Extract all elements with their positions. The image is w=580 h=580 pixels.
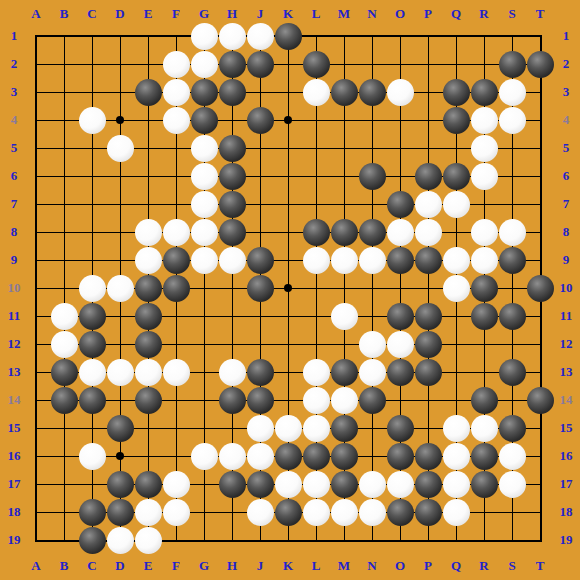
point-D18[interactable]	[106, 498, 134, 526]
point-D15[interactable]	[106, 414, 134, 442]
point-J12[interactable]	[246, 330, 274, 358]
point-K1[interactable]	[274, 22, 302, 50]
point-F8[interactable]	[162, 218, 190, 246]
point-M17[interactable]	[330, 470, 358, 498]
point-F6[interactable]	[162, 162, 190, 190]
point-Q19[interactable]	[442, 526, 470, 554]
point-G17[interactable]	[190, 470, 218, 498]
point-O4[interactable]	[386, 106, 414, 134]
point-E18[interactable]	[134, 498, 162, 526]
point-J9[interactable]	[246, 246, 274, 274]
point-D3[interactable]	[106, 78, 134, 106]
point-P15[interactable]	[414, 414, 442, 442]
point-F10[interactable]	[162, 274, 190, 302]
point-T3[interactable]	[526, 78, 554, 106]
point-D17[interactable]	[106, 470, 134, 498]
point-B3[interactable]	[50, 78, 78, 106]
point-T4[interactable]	[526, 106, 554, 134]
point-H11[interactable]	[218, 302, 246, 330]
point-M1[interactable]	[330, 22, 358, 50]
point-Q6[interactable]	[442, 162, 470, 190]
point-L3[interactable]	[302, 78, 330, 106]
point-C3[interactable]	[78, 78, 106, 106]
point-K12[interactable]	[274, 330, 302, 358]
point-G7[interactable]	[190, 190, 218, 218]
point-J14[interactable]	[246, 386, 274, 414]
point-D8[interactable]	[106, 218, 134, 246]
point-D9[interactable]	[106, 246, 134, 274]
point-H9[interactable]	[218, 246, 246, 274]
point-M19[interactable]	[330, 526, 358, 554]
point-B6[interactable]	[50, 162, 78, 190]
point-L16[interactable]	[302, 442, 330, 470]
point-B8[interactable]	[50, 218, 78, 246]
point-E8[interactable]	[134, 218, 162, 246]
point-M14[interactable]	[330, 386, 358, 414]
point-N14[interactable]	[358, 386, 386, 414]
point-H7[interactable]	[218, 190, 246, 218]
point-S18[interactable]	[498, 498, 526, 526]
point-D10[interactable]	[106, 274, 134, 302]
point-T13[interactable]	[526, 358, 554, 386]
point-F7[interactable]	[162, 190, 190, 218]
point-L8[interactable]	[302, 218, 330, 246]
point-L11[interactable]	[302, 302, 330, 330]
point-Q12[interactable]	[442, 330, 470, 358]
point-T8[interactable]	[526, 218, 554, 246]
point-E7[interactable]	[134, 190, 162, 218]
point-G11[interactable]	[190, 302, 218, 330]
point-J7[interactable]	[246, 190, 274, 218]
point-S15[interactable]	[498, 414, 526, 442]
point-L15[interactable]	[302, 414, 330, 442]
point-J8[interactable]	[246, 218, 274, 246]
point-S3[interactable]	[498, 78, 526, 106]
point-O19[interactable]	[386, 526, 414, 554]
point-J18[interactable]	[246, 498, 274, 526]
point-C19[interactable]	[78, 526, 106, 554]
point-H12[interactable]	[218, 330, 246, 358]
point-L7[interactable]	[302, 190, 330, 218]
point-H6[interactable]	[218, 162, 246, 190]
point-M10[interactable]	[330, 274, 358, 302]
point-R14[interactable]	[470, 386, 498, 414]
point-N7[interactable]	[358, 190, 386, 218]
point-H8[interactable]	[218, 218, 246, 246]
point-P13[interactable]	[414, 358, 442, 386]
point-T5[interactable]	[526, 134, 554, 162]
point-E10[interactable]	[134, 274, 162, 302]
point-L4[interactable]	[302, 106, 330, 134]
point-P2[interactable]	[414, 50, 442, 78]
point-P9[interactable]	[414, 246, 442, 274]
point-N1[interactable]	[358, 22, 386, 50]
point-B1[interactable]	[50, 22, 78, 50]
point-L1[interactable]	[302, 22, 330, 50]
point-A19[interactable]	[22, 526, 50, 554]
point-B10[interactable]	[50, 274, 78, 302]
point-K16[interactable]	[274, 442, 302, 470]
point-S8[interactable]	[498, 218, 526, 246]
point-F16[interactable]	[162, 442, 190, 470]
point-A4[interactable]	[22, 106, 50, 134]
point-D14[interactable]	[106, 386, 134, 414]
point-B18[interactable]	[50, 498, 78, 526]
point-P7[interactable]	[414, 190, 442, 218]
point-C4[interactable]	[78, 106, 106, 134]
point-J4[interactable]	[246, 106, 274, 134]
point-R17[interactable]	[470, 470, 498, 498]
point-M2[interactable]	[330, 50, 358, 78]
point-J19[interactable]	[246, 526, 274, 554]
point-M13[interactable]	[330, 358, 358, 386]
point-T17[interactable]	[526, 470, 554, 498]
point-Q17[interactable]	[442, 470, 470, 498]
point-O13[interactable]	[386, 358, 414, 386]
point-L9[interactable]	[302, 246, 330, 274]
point-A15[interactable]	[22, 414, 50, 442]
point-G5[interactable]	[190, 134, 218, 162]
point-L12[interactable]	[302, 330, 330, 358]
point-K11[interactable]	[274, 302, 302, 330]
point-K14[interactable]	[274, 386, 302, 414]
point-Q8[interactable]	[442, 218, 470, 246]
point-K4[interactable]	[274, 106, 302, 134]
point-O14[interactable]	[386, 386, 414, 414]
point-H13[interactable]	[218, 358, 246, 386]
point-S14[interactable]	[498, 386, 526, 414]
point-T6[interactable]	[526, 162, 554, 190]
point-J15[interactable]	[246, 414, 274, 442]
point-D4[interactable]	[106, 106, 134, 134]
point-M9[interactable]	[330, 246, 358, 274]
point-F2[interactable]	[162, 50, 190, 78]
point-T14[interactable]	[526, 386, 554, 414]
point-P6[interactable]	[414, 162, 442, 190]
point-E4[interactable]	[134, 106, 162, 134]
point-A7[interactable]	[22, 190, 50, 218]
point-R6[interactable]	[470, 162, 498, 190]
point-R1[interactable]	[470, 22, 498, 50]
point-G8[interactable]	[190, 218, 218, 246]
point-K13[interactable]	[274, 358, 302, 386]
point-L6[interactable]	[302, 162, 330, 190]
point-G16[interactable]	[190, 442, 218, 470]
point-P3[interactable]	[414, 78, 442, 106]
point-N15[interactable]	[358, 414, 386, 442]
point-E12[interactable]	[134, 330, 162, 358]
point-Q3[interactable]	[442, 78, 470, 106]
point-E2[interactable]	[134, 50, 162, 78]
point-H3[interactable]	[218, 78, 246, 106]
point-N12[interactable]	[358, 330, 386, 358]
point-E9[interactable]	[134, 246, 162, 274]
point-O6[interactable]	[386, 162, 414, 190]
point-B13[interactable]	[50, 358, 78, 386]
point-C11[interactable]	[78, 302, 106, 330]
point-E16[interactable]	[134, 442, 162, 470]
point-A12[interactable]	[22, 330, 50, 358]
point-S4[interactable]	[498, 106, 526, 134]
point-A11[interactable]	[22, 302, 50, 330]
point-C14[interactable]	[78, 386, 106, 414]
point-F3[interactable]	[162, 78, 190, 106]
point-J16[interactable]	[246, 442, 274, 470]
point-F9[interactable]	[162, 246, 190, 274]
point-P18[interactable]	[414, 498, 442, 526]
point-M4[interactable]	[330, 106, 358, 134]
point-H4[interactable]	[218, 106, 246, 134]
point-R7[interactable]	[470, 190, 498, 218]
point-A18[interactable]	[22, 498, 50, 526]
point-H18[interactable]	[218, 498, 246, 526]
point-R18[interactable]	[470, 498, 498, 526]
point-R3[interactable]	[470, 78, 498, 106]
point-C1[interactable]	[78, 22, 106, 50]
point-C9[interactable]	[78, 246, 106, 274]
point-N16[interactable]	[358, 442, 386, 470]
point-N10[interactable]	[358, 274, 386, 302]
point-C6[interactable]	[78, 162, 106, 190]
point-J1[interactable]	[246, 22, 274, 50]
point-A3[interactable]	[22, 78, 50, 106]
point-G3[interactable]	[190, 78, 218, 106]
point-A13[interactable]	[22, 358, 50, 386]
point-B19[interactable]	[50, 526, 78, 554]
point-B4[interactable]	[50, 106, 78, 134]
point-Q5[interactable]	[442, 134, 470, 162]
point-K15[interactable]	[274, 414, 302, 442]
point-N18[interactable]	[358, 498, 386, 526]
point-F5[interactable]	[162, 134, 190, 162]
point-E15[interactable]	[134, 414, 162, 442]
point-E5[interactable]	[134, 134, 162, 162]
point-P4[interactable]	[414, 106, 442, 134]
point-A8[interactable]	[22, 218, 50, 246]
point-N9[interactable]	[358, 246, 386, 274]
point-H10[interactable]	[218, 274, 246, 302]
point-D6[interactable]	[106, 162, 134, 190]
point-M11[interactable]	[330, 302, 358, 330]
point-G1[interactable]	[190, 22, 218, 50]
point-K3[interactable]	[274, 78, 302, 106]
point-S11[interactable]	[498, 302, 526, 330]
point-M5[interactable]	[330, 134, 358, 162]
point-N3[interactable]	[358, 78, 386, 106]
point-L18[interactable]	[302, 498, 330, 526]
point-D2[interactable]	[106, 50, 134, 78]
point-J11[interactable]	[246, 302, 274, 330]
point-P16[interactable]	[414, 442, 442, 470]
point-L19[interactable]	[302, 526, 330, 554]
point-S19[interactable]	[498, 526, 526, 554]
point-N19[interactable]	[358, 526, 386, 554]
point-O18[interactable]	[386, 498, 414, 526]
point-O17[interactable]	[386, 470, 414, 498]
point-O2[interactable]	[386, 50, 414, 78]
point-O8[interactable]	[386, 218, 414, 246]
point-D5[interactable]	[106, 134, 134, 162]
point-F14[interactable]	[162, 386, 190, 414]
point-H2[interactable]	[218, 50, 246, 78]
point-A5[interactable]	[22, 134, 50, 162]
point-O10[interactable]	[386, 274, 414, 302]
point-A14[interactable]	[22, 386, 50, 414]
point-M6[interactable]	[330, 162, 358, 190]
point-C7[interactable]	[78, 190, 106, 218]
point-T7[interactable]	[526, 190, 554, 218]
point-K2[interactable]	[274, 50, 302, 78]
point-N6[interactable]	[358, 162, 386, 190]
point-A6[interactable]	[22, 162, 50, 190]
point-Q4[interactable]	[442, 106, 470, 134]
point-H14[interactable]	[218, 386, 246, 414]
point-R9[interactable]	[470, 246, 498, 274]
point-A16[interactable]	[22, 442, 50, 470]
point-O1[interactable]	[386, 22, 414, 50]
point-P1[interactable]	[414, 22, 442, 50]
point-G9[interactable]	[190, 246, 218, 274]
point-B15[interactable]	[50, 414, 78, 442]
point-P11[interactable]	[414, 302, 442, 330]
point-M12[interactable]	[330, 330, 358, 358]
point-J2[interactable]	[246, 50, 274, 78]
point-C12[interactable]	[78, 330, 106, 358]
point-L14[interactable]	[302, 386, 330, 414]
point-B17[interactable]	[50, 470, 78, 498]
point-B5[interactable]	[50, 134, 78, 162]
point-B11[interactable]	[50, 302, 78, 330]
point-A17[interactable]	[22, 470, 50, 498]
point-H17[interactable]	[218, 470, 246, 498]
point-D1[interactable]	[106, 22, 134, 50]
point-L13[interactable]	[302, 358, 330, 386]
point-R2[interactable]	[470, 50, 498, 78]
point-K6[interactable]	[274, 162, 302, 190]
point-D7[interactable]	[106, 190, 134, 218]
point-L10[interactable]	[302, 274, 330, 302]
point-N4[interactable]	[358, 106, 386, 134]
point-K10[interactable]	[274, 274, 302, 302]
point-S9[interactable]	[498, 246, 526, 274]
point-Q11[interactable]	[442, 302, 470, 330]
point-M3[interactable]	[330, 78, 358, 106]
point-F1[interactable]	[162, 22, 190, 50]
point-R12[interactable]	[470, 330, 498, 358]
point-H1[interactable]	[218, 22, 246, 50]
point-M18[interactable]	[330, 498, 358, 526]
point-R15[interactable]	[470, 414, 498, 442]
point-J6[interactable]	[246, 162, 274, 190]
point-B14[interactable]	[50, 386, 78, 414]
point-T18[interactable]	[526, 498, 554, 526]
point-M15[interactable]	[330, 414, 358, 442]
point-S13[interactable]	[498, 358, 526, 386]
point-Q1[interactable]	[442, 22, 470, 50]
point-M7[interactable]	[330, 190, 358, 218]
point-C10[interactable]	[78, 274, 106, 302]
point-S12[interactable]	[498, 330, 526, 358]
point-S2[interactable]	[498, 50, 526, 78]
point-R10[interactable]	[470, 274, 498, 302]
point-A1[interactable]	[22, 22, 50, 50]
point-C15[interactable]	[78, 414, 106, 442]
point-A10[interactable]	[22, 274, 50, 302]
point-O16[interactable]	[386, 442, 414, 470]
point-F17[interactable]	[162, 470, 190, 498]
point-L17[interactable]	[302, 470, 330, 498]
point-Q10[interactable]	[442, 274, 470, 302]
point-E3[interactable]	[134, 78, 162, 106]
point-G19[interactable]	[190, 526, 218, 554]
point-T9[interactable]	[526, 246, 554, 274]
point-Q16[interactable]	[442, 442, 470, 470]
point-T19[interactable]	[526, 526, 554, 554]
point-T11[interactable]	[526, 302, 554, 330]
point-G15[interactable]	[190, 414, 218, 442]
point-P14[interactable]	[414, 386, 442, 414]
point-G14[interactable]	[190, 386, 218, 414]
point-S7[interactable]	[498, 190, 526, 218]
point-T12[interactable]	[526, 330, 554, 358]
point-H19[interactable]	[218, 526, 246, 554]
point-C18[interactable]	[78, 498, 106, 526]
point-F11[interactable]	[162, 302, 190, 330]
point-F13[interactable]	[162, 358, 190, 386]
point-F4[interactable]	[162, 106, 190, 134]
point-E19[interactable]	[134, 526, 162, 554]
point-Q9[interactable]	[442, 246, 470, 274]
point-T2[interactable]	[526, 50, 554, 78]
point-E13[interactable]	[134, 358, 162, 386]
point-K18[interactable]	[274, 498, 302, 526]
point-C17[interactable]	[78, 470, 106, 498]
point-S6[interactable]	[498, 162, 526, 190]
point-S10[interactable]	[498, 274, 526, 302]
point-L5[interactable]	[302, 134, 330, 162]
point-O9[interactable]	[386, 246, 414, 274]
point-P8[interactable]	[414, 218, 442, 246]
point-E14[interactable]	[134, 386, 162, 414]
point-G6[interactable]	[190, 162, 218, 190]
point-T15[interactable]	[526, 414, 554, 442]
point-Q14[interactable]	[442, 386, 470, 414]
point-A2[interactable]	[22, 50, 50, 78]
point-R5[interactable]	[470, 134, 498, 162]
point-E6[interactable]	[134, 162, 162, 190]
point-D13[interactable]	[106, 358, 134, 386]
point-O11[interactable]	[386, 302, 414, 330]
point-F15[interactable]	[162, 414, 190, 442]
point-N5[interactable]	[358, 134, 386, 162]
point-Q15[interactable]	[442, 414, 470, 442]
point-B7[interactable]	[50, 190, 78, 218]
point-C16[interactable]	[78, 442, 106, 470]
point-R4[interactable]	[470, 106, 498, 134]
point-D12[interactable]	[106, 330, 134, 358]
point-K5[interactable]	[274, 134, 302, 162]
point-O7[interactable]	[386, 190, 414, 218]
point-R13[interactable]	[470, 358, 498, 386]
point-J13[interactable]	[246, 358, 274, 386]
point-T16[interactable]	[526, 442, 554, 470]
point-H16[interactable]	[218, 442, 246, 470]
point-N17[interactable]	[358, 470, 386, 498]
point-S17[interactable]	[498, 470, 526, 498]
point-N11[interactable]	[358, 302, 386, 330]
point-G18[interactable]	[190, 498, 218, 526]
point-P5[interactable]	[414, 134, 442, 162]
